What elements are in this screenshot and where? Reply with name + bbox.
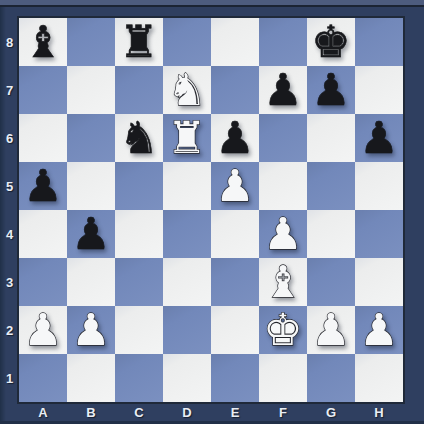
rank-label-4: 4 [0, 210, 19, 258]
square-a5[interactable]: ♟ [19, 162, 67, 210]
square-a4[interactable] [19, 210, 67, 258]
piece-black-pawn[interactable]: ♟ [19, 162, 67, 210]
square-f8[interactable] [259, 18, 307, 66]
piece-white-pawn[interactable]: ♟ [19, 306, 67, 354]
piece-black-rook[interactable]: ♜ [115, 18, 163, 66]
square-f7[interactable]: ♟ [259, 66, 307, 114]
square-g2[interactable]: ♟ [307, 306, 355, 354]
frame-bevel-shadow-line [0, 5, 424, 7]
square-b8[interactable] [67, 18, 115, 66]
piece-white-pawn[interactable]: ♟ [67, 306, 115, 354]
square-f4[interactable]: ♟ [259, 210, 307, 258]
square-d6[interactable]: ♜ [163, 114, 211, 162]
rank-label-5: 5 [0, 162, 19, 210]
square-b4[interactable]: ♟ [67, 210, 115, 258]
square-h4[interactable] [355, 210, 403, 258]
square-c6[interactable]: ♞ [115, 114, 163, 162]
square-a8[interactable]: ♝ [19, 18, 67, 66]
file-label-b: B [67, 402, 115, 422]
square-b1[interactable] [67, 354, 115, 402]
file-label-e: E [211, 402, 259, 422]
square-e5[interactable]: ♟ [211, 162, 259, 210]
square-a7[interactable] [19, 66, 67, 114]
rank-label-8: 8 [0, 18, 19, 66]
square-e1[interactable] [211, 354, 259, 402]
piece-black-pawn[interactable]: ♟ [211, 114, 259, 162]
square-e2[interactable] [211, 306, 259, 354]
square-a3[interactable] [19, 258, 67, 306]
square-g6[interactable] [307, 114, 355, 162]
square-c2[interactable] [115, 306, 163, 354]
square-h7[interactable] [355, 66, 403, 114]
square-f5[interactable] [259, 162, 307, 210]
piece-white-pawn[interactable]: ♟ [211, 162, 259, 210]
square-c4[interactable] [115, 210, 163, 258]
square-f3[interactable]: ♝ [259, 258, 307, 306]
square-h2[interactable]: ♟ [355, 306, 403, 354]
file-label-c: C [115, 402, 163, 422]
square-g8[interactable]: ♚ [307, 18, 355, 66]
square-a6[interactable] [19, 114, 67, 162]
file-label-d: D [163, 402, 211, 422]
square-b2[interactable]: ♟ [67, 306, 115, 354]
piece-black-pawn[interactable]: ♟ [355, 114, 403, 162]
square-g4[interactable] [307, 210, 355, 258]
square-e8[interactable] [211, 18, 259, 66]
piece-black-pawn[interactable]: ♟ [259, 66, 307, 114]
piece-black-bishop[interactable]: ♝ [19, 18, 67, 66]
square-d4[interactable] [163, 210, 211, 258]
square-c8[interactable]: ♜ [115, 18, 163, 66]
chess-board-frame: 87654321 ♝♜♚♞♟♟♞♜♟♟♟♟♟♟♝♟♟♚♟♟ ABCDEFGH [0, 0, 424, 424]
square-b3[interactable] [67, 258, 115, 306]
square-e6[interactable]: ♟ [211, 114, 259, 162]
rank-label-1: 1 [0, 354, 19, 402]
chess-board: ♝♜♚♞♟♟♞♜♟♟♟♟♟♟♝♟♟♚♟♟ [19, 18, 403, 402]
piece-white-bishop[interactable]: ♝ [259, 258, 307, 306]
square-g5[interactable] [307, 162, 355, 210]
piece-white-pawn[interactable]: ♟ [307, 306, 355, 354]
file-label-g: G [307, 402, 355, 422]
file-label-h: H [355, 402, 403, 422]
rank-label-3: 3 [0, 258, 19, 306]
square-h5[interactable] [355, 162, 403, 210]
rank-labels: 87654321 [0, 18, 19, 402]
piece-white-rook[interactable]: ♜ [163, 114, 211, 162]
square-c5[interactable] [115, 162, 163, 210]
square-g1[interactable] [307, 354, 355, 402]
piece-black-king[interactable]: ♚ [307, 18, 355, 66]
file-labels: ABCDEFGH [19, 402, 403, 422]
square-b6[interactable] [67, 114, 115, 162]
square-d3[interactable] [163, 258, 211, 306]
square-d2[interactable] [163, 306, 211, 354]
square-c7[interactable] [115, 66, 163, 114]
square-g7[interactable]: ♟ [307, 66, 355, 114]
square-g3[interactable] [307, 258, 355, 306]
piece-black-pawn[interactable]: ♟ [307, 66, 355, 114]
square-b7[interactable] [67, 66, 115, 114]
square-d1[interactable] [163, 354, 211, 402]
piece-white-knight[interactable]: ♞ [163, 66, 211, 114]
square-c3[interactable] [115, 258, 163, 306]
square-e3[interactable] [211, 258, 259, 306]
rank-label-2: 2 [0, 306, 19, 354]
square-e4[interactable] [211, 210, 259, 258]
square-a1[interactable] [19, 354, 67, 402]
square-h1[interactable] [355, 354, 403, 402]
piece-black-pawn[interactable]: ♟ [67, 210, 115, 258]
square-d8[interactable] [163, 18, 211, 66]
square-c1[interactable] [115, 354, 163, 402]
rank-label-7: 7 [0, 66, 19, 114]
square-f6[interactable] [259, 114, 307, 162]
square-e7[interactable] [211, 66, 259, 114]
rank-label-6: 6 [0, 114, 19, 162]
square-h8[interactable] [355, 18, 403, 66]
piece-black-knight[interactable]: ♞ [115, 114, 163, 162]
piece-white-king[interactable]: ♚ [259, 306, 307, 354]
square-f2[interactable]: ♚ [259, 306, 307, 354]
piece-white-pawn[interactable]: ♟ [259, 210, 307, 258]
piece-white-pawn[interactable]: ♟ [355, 306, 403, 354]
square-f1[interactable] [259, 354, 307, 402]
file-label-f: F [259, 402, 307, 422]
square-d7[interactable]: ♞ [163, 66, 211, 114]
square-b5[interactable] [67, 162, 115, 210]
file-label-a: A [19, 402, 67, 422]
square-h6[interactable]: ♟ [355, 114, 403, 162]
square-h3[interactable] [355, 258, 403, 306]
square-d5[interactable] [163, 162, 211, 210]
square-a2[interactable]: ♟ [19, 306, 67, 354]
